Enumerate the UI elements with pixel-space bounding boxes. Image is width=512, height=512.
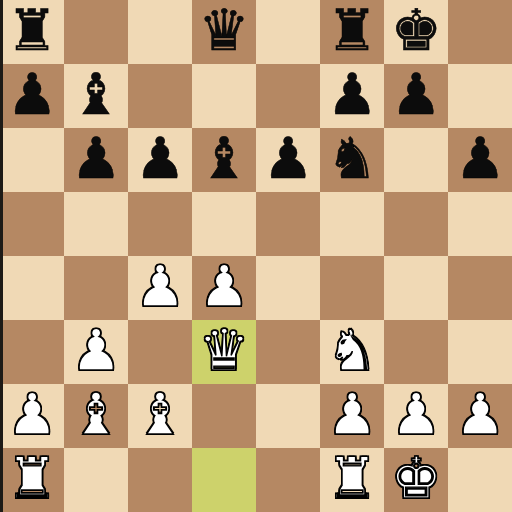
square-a4[interactable]	[0, 256, 64, 320]
square-h7[interactable]	[448, 64, 512, 128]
square-d4[interactable]: ♟	[192, 256, 256, 320]
square-a6[interactable]	[0, 128, 64, 192]
black-pawn[interactable]: ♟	[134, 126, 185, 190]
white-bishop[interactable]: ♝	[70, 382, 121, 446]
square-f3[interactable]: ♞	[320, 320, 384, 384]
white-pawn[interactable]: ♟	[134, 254, 185, 318]
square-f7[interactable]: ♟	[320, 64, 384, 128]
square-c1[interactable]	[128, 448, 192, 512]
square-f1[interactable]: ♜	[320, 448, 384, 512]
square-b6[interactable]: ♟	[64, 128, 128, 192]
white-knight[interactable]: ♞	[326, 318, 377, 382]
square-g6[interactable]	[384, 128, 448, 192]
square-c4[interactable]: ♟	[128, 256, 192, 320]
white-rook[interactable]: ♜	[326, 446, 377, 510]
square-c6[interactable]: ♟	[128, 128, 192, 192]
white-pawn[interactable]: ♟	[198, 254, 249, 318]
square-d8[interactable]: ♛	[192, 0, 256, 64]
square-f6[interactable]: ♞	[320, 128, 384, 192]
square-g1[interactable]: ♚	[384, 448, 448, 512]
square-h1[interactable]	[448, 448, 512, 512]
square-b4[interactable]	[64, 256, 128, 320]
chess-board: ♜♛♜♚♟♝♟♟♟♟♝♟♞♟♟♟♟♛♞♟♝♝♟♟♟♜♜♚	[0, 0, 512, 512]
chess-board-wrapper: ♜♛♜♚♟♝♟♟♟♟♝♟♞♟♟♟♟♛♞♟♝♝♟♟♟♜♜♚	[0, 0, 512, 512]
black-pawn[interactable]: ♟	[454, 126, 505, 190]
square-b8[interactable]	[64, 0, 128, 64]
square-c2[interactable]: ♝	[128, 384, 192, 448]
black-bishop[interactable]: ♝	[198, 126, 249, 190]
square-c8[interactable]	[128, 0, 192, 64]
white-bishop[interactable]: ♝	[134, 382, 185, 446]
square-d7[interactable]	[192, 64, 256, 128]
square-a3[interactable]	[0, 320, 64, 384]
square-f4[interactable]	[320, 256, 384, 320]
square-d2[interactable]	[192, 384, 256, 448]
square-d5[interactable]	[192, 192, 256, 256]
square-e4[interactable]	[256, 256, 320, 320]
square-d3[interactable]: ♛	[192, 320, 256, 384]
square-d6[interactable]: ♝	[192, 128, 256, 192]
square-e1[interactable]	[256, 448, 320, 512]
white-pawn[interactable]: ♟	[326, 382, 377, 446]
square-a8[interactable]: ♜	[0, 0, 64, 64]
square-b7[interactable]: ♝	[64, 64, 128, 128]
black-pawn[interactable]: ♟	[6, 62, 57, 126]
square-h2[interactable]: ♟	[448, 384, 512, 448]
square-e8[interactable]	[256, 0, 320, 64]
square-e2[interactable]	[256, 384, 320, 448]
square-e5[interactable]	[256, 192, 320, 256]
square-e7[interactable]	[256, 64, 320, 128]
square-f2[interactable]: ♟	[320, 384, 384, 448]
square-f8[interactable]: ♜	[320, 0, 384, 64]
square-a2[interactable]: ♟	[0, 384, 64, 448]
square-a5[interactable]	[0, 192, 64, 256]
square-a1[interactable]: ♜	[0, 448, 64, 512]
square-h5[interactable]	[448, 192, 512, 256]
square-h8[interactable]	[448, 0, 512, 64]
square-g5[interactable]	[384, 192, 448, 256]
square-c3[interactable]	[128, 320, 192, 384]
black-rook[interactable]: ♜	[6, 0, 57, 62]
square-d1[interactable]	[192, 448, 256, 512]
black-pawn[interactable]: ♟	[326, 62, 377, 126]
square-f5[interactable]	[320, 192, 384, 256]
square-b1[interactable]	[64, 448, 128, 512]
black-pawn[interactable]: ♟	[70, 126, 121, 190]
black-rook[interactable]: ♜	[326, 0, 377, 62]
white-king[interactable]: ♚	[390, 446, 441, 510]
square-a7[interactable]: ♟	[0, 64, 64, 128]
white-pawn[interactable]: ♟	[6, 382, 57, 446]
square-b2[interactable]: ♝	[64, 384, 128, 448]
white-pawn[interactable]: ♟	[454, 382, 505, 446]
board-left-edge-strip	[0, 0, 3, 512]
square-e3[interactable]	[256, 320, 320, 384]
square-g8[interactable]: ♚	[384, 0, 448, 64]
square-c7[interactable]	[128, 64, 192, 128]
white-pawn[interactable]: ♟	[70, 318, 121, 382]
square-h6[interactable]: ♟	[448, 128, 512, 192]
square-h3[interactable]	[448, 320, 512, 384]
square-g2[interactable]: ♟	[384, 384, 448, 448]
black-king[interactable]: ♚	[390, 0, 441, 62]
black-bishop[interactable]: ♝	[70, 62, 121, 126]
square-g3[interactable]	[384, 320, 448, 384]
square-e6[interactable]: ♟	[256, 128, 320, 192]
white-pawn[interactable]: ♟	[390, 382, 441, 446]
square-b3[interactable]: ♟	[64, 320, 128, 384]
black-pawn[interactable]: ♟	[262, 126, 313, 190]
black-queen[interactable]: ♛	[198, 0, 249, 62]
square-g4[interactable]	[384, 256, 448, 320]
black-knight[interactable]: ♞	[326, 126, 377, 190]
square-g7[interactable]: ♟	[384, 64, 448, 128]
square-h4[interactable]	[448, 256, 512, 320]
square-b5[interactable]	[64, 192, 128, 256]
white-queen[interactable]: ♛	[198, 318, 249, 382]
square-c5[interactable]	[128, 192, 192, 256]
white-rook[interactable]: ♜	[6, 446, 57, 510]
black-pawn[interactable]: ♟	[390, 62, 441, 126]
